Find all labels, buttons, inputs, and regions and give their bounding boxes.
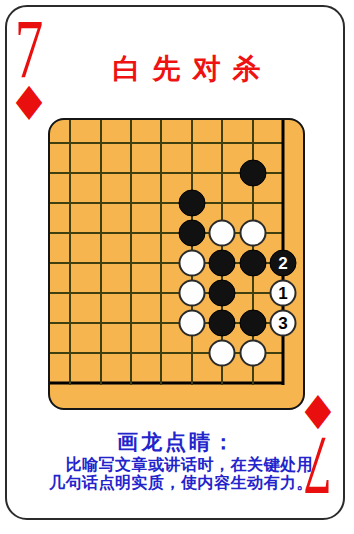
board-intersection [85,188,115,218]
board-stub-top [55,120,85,128]
board-intersection [85,278,115,308]
white-stone [209,220,236,247]
board-intersection [237,188,267,218]
board-intersection [116,158,146,188]
board-intersection [268,158,298,188]
board-stub-top [146,120,176,128]
black-stone [209,310,236,337]
board-intersection [146,128,176,158]
board-intersection [207,308,237,338]
board-intersection [146,308,176,338]
board-intersection [177,218,207,248]
page-title: 白先对杀 [85,50,300,88]
white-stone [178,310,205,337]
white-stone [209,340,236,367]
board-intersection [55,218,85,248]
board-intersection [146,158,176,188]
board-intersection [116,248,146,278]
board-intersection [85,368,115,398]
board-stub-top [237,120,267,128]
board-intersection [237,158,267,188]
board-intersection [237,128,267,158]
board-intersection [237,308,267,338]
board-intersection [146,338,176,368]
board-intersection: 2 [268,248,298,278]
board-intersection [85,218,115,248]
black-stone [209,280,236,307]
board-stub-top [268,120,298,128]
board-intersection [268,368,298,398]
board-intersection [207,128,237,158]
white-stone [178,250,205,277]
board-intersection [116,368,146,398]
black-stone [239,160,266,187]
board-intersection [116,128,146,158]
white-stone [178,280,205,307]
board-intersection [55,158,85,188]
rank-label: 7 [15,18,44,82]
board-intersection [207,248,237,278]
black-stone [239,310,266,337]
board-intersection [207,338,237,368]
board-intersection [116,308,146,338]
board-intersection [268,338,298,368]
white-stone-move-3: 3 [269,310,296,337]
board-intersection [55,368,85,398]
footer-line-1: 比喻写文章或讲话时，在关键处用 [66,456,314,473]
board-intersection [55,308,85,338]
board-intersection [146,368,176,398]
board-intersection [85,158,115,188]
board-intersection [177,248,207,278]
board-intersection [207,158,237,188]
board-intersection [146,278,176,308]
board-intersection [85,338,115,368]
black-stone-move-2: 2 [269,250,296,277]
board-intersection [237,278,267,308]
board-intersection [207,188,237,218]
board-intersection [116,188,146,218]
corner-top-left: 7 ♦ [8,18,50,123]
board-stub-top [177,120,207,128]
board-stub-top [85,120,115,128]
board-intersection [146,218,176,248]
board-intersection [207,218,237,248]
board-intersection [237,248,267,278]
white-stone-move-1: 1 [269,280,296,307]
board-intersection [116,278,146,308]
board-intersection [55,248,85,278]
board-intersection [268,218,298,248]
board-intersection: 3 [268,308,298,338]
board-intersection [177,128,207,158]
board-intersection [55,278,85,308]
board-intersection [116,218,146,248]
board-intersection [55,338,85,368]
board-stub-top [116,120,146,128]
board-intersection [207,278,237,308]
rank-label-inverted: 7 [304,433,333,497]
board-intersection [85,248,115,278]
board-intersection [55,188,85,218]
go-board: 213 [48,118,305,410]
board-intersection [268,128,298,158]
board-intersection [237,218,267,248]
board-intersection [177,278,207,308]
board-intersection [237,338,267,368]
board-intersection [146,188,176,218]
black-stone [178,190,205,217]
board-intersection [177,308,207,338]
board-intersection [146,248,176,278]
board-intersection [268,188,298,218]
board-intersection [177,158,207,188]
board-stub-top [207,120,237,128]
board-intersection [85,128,115,158]
black-stone [209,250,236,277]
footer-idiom-text: 比喻写文章或讲话时，在关键处用 几句话点明实质，使内容生动有力。 [3,456,313,492]
footer-line-2: 几句话点明实质，使内容生动有力。 [49,474,313,491]
board-intersection [177,188,207,218]
black-stone [239,250,266,277]
board-intersection [55,128,85,158]
board-intersection [207,368,237,398]
board-intersection [85,308,115,338]
corner-bottom-right: 7 ♦ [297,392,339,497]
board-intersection: 1 [268,278,298,308]
go-board-grid: 213 [50,120,298,398]
board-intersection [116,338,146,368]
white-stone [239,340,266,367]
black-stone [178,220,205,247]
board-intersection [237,368,267,398]
white-stone [239,220,266,247]
board-intersection [177,368,207,398]
board-intersection [177,338,207,368]
